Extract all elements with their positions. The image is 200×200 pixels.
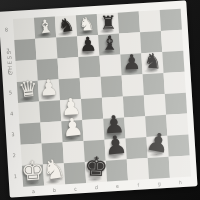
rank-label-8: 8 — [2, 26, 10, 32]
file-label-h: h — [175, 179, 185, 186]
square-a4[interactable] — [18, 102, 40, 124]
piece-black-pawn-f6[interactable]: ♟ — [122, 52, 141, 73]
square-d3[interactable] — [82, 119, 104, 141]
square-c6[interactable] — [57, 57, 79, 79]
square-f5[interactable] — [122, 74, 144, 96]
piece-white-bishop-b8[interactable]: ♝ — [36, 17, 54, 37]
file-label-e: e — [112, 183, 122, 190]
square-c2[interactable] — [63, 141, 85, 163]
file-label-g: g — [154, 180, 164, 187]
square-h1[interactable] — [169, 156, 191, 178]
piece-white-queen-a5[interactable]: ♛ — [17, 78, 39, 102]
square-f8[interactable] — [118, 11, 140, 33]
file-label-f: f — [133, 181, 143, 188]
chess-board: CHESS 12345678abcdefgh♝♞♞♜♝♟♟♞♛♟♟♟♟♟♟♚♞♚ — [0, 0, 198, 197]
square-b4[interactable] — [39, 100, 61, 122]
piece-black-pawn-d7[interactable]: ♟ — [79, 34, 98, 55]
square-g5[interactable] — [143, 73, 165, 95]
square-d6[interactable] — [78, 56, 100, 78]
rank-label-5: 5 — [6, 89, 14, 95]
square-f1[interactable] — [127, 158, 149, 180]
rank-label-6: 6 — [5, 68, 13, 74]
piece-black-pawn-g2[interactable]: ♟ — [144, 128, 171, 157]
file-label-c: c — [70, 185, 80, 192]
file-label-b: b — [49, 187, 59, 194]
rank-label-7: 7 — [4, 47, 12, 53]
piece-white-knight-b1[interactable]: ♞ — [40, 155, 67, 185]
square-a3[interactable] — [19, 123, 41, 145]
square-g4[interactable] — [144, 94, 166, 116]
piece-black-knight-g6[interactable]: ♞ — [142, 50, 162, 72]
square-f3[interactable] — [124, 116, 146, 138]
square-e6[interactable] — [99, 55, 121, 77]
square-a7[interactable] — [14, 39, 36, 61]
piece-white-knight-d8[interactable]: ♞ — [78, 15, 95, 34]
square-e5[interactable] — [101, 76, 123, 98]
square-h8[interactable] — [160, 9, 182, 31]
square-a8[interactable] — [13, 18, 35, 40]
square-e1[interactable] — [106, 159, 128, 181]
square-f4[interactable] — [123, 95, 145, 117]
piece-black-bishop-e7[interactable]: ♝ — [100, 34, 118, 54]
piece-white-pawn-b5[interactable]: ♟ — [38, 77, 59, 100]
rank-label-2: 2 — [10, 152, 18, 158]
rank-label-4: 4 — [8, 110, 16, 116]
square-b7[interactable] — [35, 37, 57, 59]
square-g8[interactable] — [139, 10, 161, 32]
rank-label-3: 3 — [9, 131, 17, 137]
square-h6[interactable] — [162, 51, 184, 73]
piece-black-king-d1[interactable]: ♚ — [83, 153, 108, 180]
square-c7[interactable] — [56, 36, 78, 58]
piece-white-pawn-c3[interactable]: ♟ — [60, 115, 84, 141]
piece-black-rook-e8[interactable]: ♜ — [99, 14, 116, 33]
square-g1[interactable] — [148, 157, 170, 179]
square-h2[interactable] — [167, 135, 189, 157]
square-d4[interactable] — [81, 98, 103, 120]
square-d5[interactable] — [80, 77, 102, 99]
square-b3[interactable] — [40, 121, 62, 143]
square-h5[interactable] — [164, 72, 186, 94]
rank-label-1: 1 — [11, 173, 19, 179]
piece-black-knight-c8[interactable]: ♞ — [57, 16, 76, 36]
square-h7[interactable] — [161, 30, 183, 52]
board-photo: CHESS 12345678abcdefgh♝♞♞♜♝♟♟♞♛♟♟♟♟♟♟♚♞♚ — [0, 0, 200, 200]
file-label-d: d — [91, 184, 101, 191]
square-h4[interactable] — [165, 93, 187, 115]
file-label-a: a — [28, 188, 38, 195]
